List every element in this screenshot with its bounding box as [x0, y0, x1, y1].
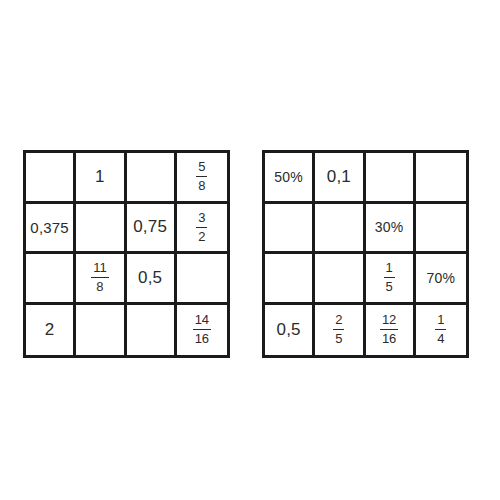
left-grid-cell-r2c4[interactable]: 32 — [177, 204, 227, 255]
left-grid-cell-r1c1-empty[interactable] — [26, 153, 76, 204]
right-grid-cell-r1c1[interactable]: 50% — [265, 153, 315, 204]
left-grid-cell-r2c2-empty[interactable] — [76, 204, 126, 255]
cell-value: 0,375 — [30, 219, 69, 236]
right-grid-cell-r4c4[interactable]: 14 — [416, 305, 466, 356]
left-grid-cell-r3c2[interactable]: 118 — [76, 254, 126, 305]
fraction-value: 1216 — [380, 312, 398, 348]
right-grid-cell-r3c2-empty[interactable] — [315, 254, 365, 305]
right-grid-cell-r2c2-empty[interactable] — [315, 204, 365, 255]
right-grid-cell-r3c3[interactable]: 15 — [366, 254, 416, 305]
left-grid-cell-r1c3-empty[interactable] — [127, 153, 177, 204]
fraction-value: 25 — [333, 312, 344, 348]
fraction-value: 1416 — [193, 312, 211, 348]
fraction-value: 15 — [384, 260, 395, 296]
left-grid: 1580,3750,75321180,521416 — [23, 150, 230, 358]
cell-value: 30% — [375, 219, 404, 235]
cell-value: 2 — [45, 320, 55, 340]
left-grid-cell-r4c4[interactable]: 1416 — [177, 305, 227, 356]
fraction-value: 14 — [435, 312, 446, 348]
left-grid-cell-r4c1[interactable]: 2 — [26, 305, 76, 356]
right-grid-cell-r4c3[interactable]: 1216 — [366, 305, 416, 356]
left-grid-cell-r1c2[interactable]: 1 — [76, 153, 126, 204]
fraction-value: 58 — [196, 159, 207, 195]
right-grid-cell-r2c4-empty[interactable] — [416, 204, 466, 255]
cell-value: 0,5 — [277, 320, 301, 340]
cell-value: 70% — [427, 270, 456, 286]
worksheet: 1580,3750,75321180,521416 50%0,130%1570%… — [0, 0, 500, 500]
left-grid-cell-r1c4[interactable]: 58 — [177, 153, 227, 204]
right-grid-cell-r3c4[interactable]: 70% — [416, 254, 466, 305]
left-grid-cell-r3c1-empty[interactable] — [26, 254, 76, 305]
right-grid-cell-r3c1-empty[interactable] — [265, 254, 315, 305]
left-grid-cell-r3c3[interactable]: 0,5 — [127, 254, 177, 305]
right-grid-cell-r4c1[interactable]: 0,5 — [265, 305, 315, 356]
right-grid-cell-r2c1-empty[interactable] — [265, 204, 315, 255]
right-grid-cell-r1c2[interactable]: 0,1 — [315, 153, 365, 204]
right-grid-cell-r1c3-empty[interactable] — [366, 153, 416, 204]
fraction-value: 118 — [91, 260, 109, 296]
right-grid-cell-r4c2[interactable]: 25 — [315, 305, 365, 356]
right-grid: 50%0,130%1570%0,525121614 — [262, 150, 469, 358]
left-grid-cell-r4c2-empty[interactable] — [76, 305, 126, 356]
fraction-value: 32 — [196, 210, 207, 246]
right-grid-cell-r2c3[interactable]: 30% — [366, 204, 416, 255]
left-grid-cell-r2c1[interactable]: 0,375 — [26, 204, 76, 255]
cell-value: 50% — [274, 169, 303, 185]
left-grid-cell-r2c3[interactable]: 0,75 — [127, 204, 177, 255]
right-grid-cell-r1c4-empty[interactable] — [416, 153, 466, 204]
left-grid-cell-r3c4-empty[interactable] — [177, 254, 227, 305]
cell-value: 0,5 — [138, 268, 162, 288]
cell-value: 0,75 — [133, 217, 167, 237]
left-grid-cell-r4c3-empty[interactable] — [127, 305, 177, 356]
cell-value: 0,1 — [327, 167, 351, 187]
cell-value: 1 — [95, 167, 105, 187]
